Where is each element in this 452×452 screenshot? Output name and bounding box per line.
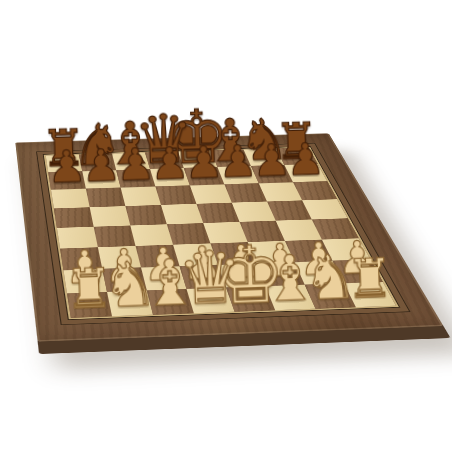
rook-glyph: ♜ <box>345 251 394 306</box>
square-c7: ♟ <box>116 169 155 188</box>
piece-white-rook-h1: ♜ <box>345 251 394 306</box>
chess-board: ♜♞♝♛♚♝♞♜♟♟♟♟♟♟♟♟♟♟♟♟♟♟♟♟♜♞♝♛♚♝♞♜ <box>15 133 443 341</box>
square-b7: ♟ <box>82 170 120 189</box>
board-grid: ♜♞♝♛♚♝♞♜♟♟♟♟♟♟♟♟♟♟♟♟♟♟♟♟♜♞♝♛♚♝♞♜ <box>46 148 396 318</box>
chess-board-3d-wrapper: ♜♞♝♛♚♝♞♜♟♟♟♟♟♟♟♟♟♟♟♟♟♟♟♟♜♞♝♛♚♝♞♜ <box>15 133 443 341</box>
square-d6 <box>155 185 196 204</box>
square-a1: ♜ <box>67 292 112 318</box>
square-h7: ♟ <box>284 164 327 182</box>
square-a6 <box>51 189 90 209</box>
square-b6 <box>86 188 125 208</box>
square-a5 <box>54 207 94 228</box>
product-photo-scene: ♜♞♝♛♚♝♞♜♟♟♟♟♟♟♟♟♟♟♟♟♟♟♟♟♜♞♝♛♚♝♞♜ <box>0 0 452 452</box>
square-a7: ♟ <box>48 171 86 190</box>
square-b5 <box>90 206 131 227</box>
square-c5 <box>125 205 166 226</box>
square-c6 <box>121 187 161 207</box>
square-d1: ♛ <box>187 288 235 314</box>
square-d5 <box>161 204 203 224</box>
pawn-glyph: ♟ <box>285 138 325 183</box>
